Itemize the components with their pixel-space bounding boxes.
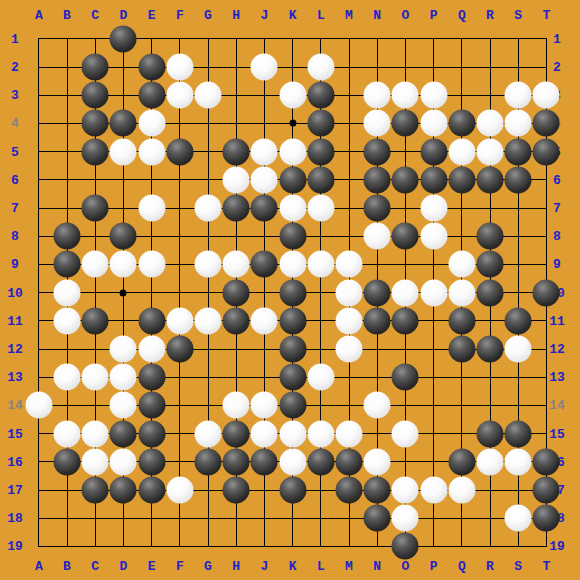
column-label-bottom: H xyxy=(232,560,240,573)
white-stone-C16[interactable] xyxy=(82,448,109,475)
row-label-right: 19 xyxy=(549,540,565,553)
black-stone-R8[interactable] xyxy=(477,223,504,250)
white-stone-P17[interactable] xyxy=(420,477,447,504)
white-stone-P4[interactable] xyxy=(420,110,447,137)
white-stone-Q5[interactable] xyxy=(448,138,475,165)
row-label-right: 9 xyxy=(553,258,561,271)
white-stone-K7[interactable] xyxy=(279,195,306,222)
white-stone-Q17[interactable] xyxy=(448,477,475,504)
black-stone-P6[interactable] xyxy=(420,166,447,193)
black-stone-P5[interactable] xyxy=(420,138,447,165)
row-label-left: 6 xyxy=(11,173,19,186)
white-stone-N3[interactable] xyxy=(364,82,391,109)
black-stone-D8[interactable] xyxy=(110,223,137,250)
row-label-left: 5 xyxy=(11,145,19,158)
column-label-bottom: A xyxy=(35,560,43,573)
white-stone-M11[interactable] xyxy=(336,307,363,334)
black-stone-R9[interactable] xyxy=(477,251,504,278)
white-stone-P10[interactable] xyxy=(420,279,447,306)
black-stone-C3[interactable] xyxy=(82,82,109,109)
row-label-left: 17 xyxy=(7,484,23,497)
column-label-top: T xyxy=(542,9,550,22)
row-label-right: 1 xyxy=(553,32,561,45)
white-stone-S3[interactable] xyxy=(505,82,532,109)
white-stone-G7[interactable] xyxy=(195,195,222,222)
white-stone-P3[interactable] xyxy=(420,82,447,109)
white-stone-B15[interactable] xyxy=(54,420,81,447)
row-label-right: 8 xyxy=(553,230,561,243)
black-stone-K13[interactable] xyxy=(279,364,306,391)
white-stone-E12[interactable] xyxy=(138,336,165,363)
row-label-left: 3 xyxy=(11,89,19,102)
column-label-top: S xyxy=(514,9,522,22)
black-stone-Q11[interactable] xyxy=(448,307,475,334)
white-stone-F17[interactable] xyxy=(166,477,193,504)
black-stone-C11[interactable] xyxy=(82,307,109,334)
black-stone-D4[interactable] xyxy=(110,110,137,137)
black-stone-K17[interactable] xyxy=(279,477,306,504)
black-stone-H10[interactable] xyxy=(223,279,250,306)
row-label-left: 2 xyxy=(11,61,19,74)
black-stone-E3[interactable] xyxy=(138,82,165,109)
column-label-top: Q xyxy=(458,9,466,22)
column-label-bottom: E xyxy=(148,560,156,573)
column-label-top: P xyxy=(430,9,438,22)
white-stone-J6[interactable] xyxy=(251,166,278,193)
black-stone-E17[interactable] xyxy=(138,477,165,504)
black-stone-J9[interactable] xyxy=(251,251,278,278)
row-label-right: 13 xyxy=(549,371,565,384)
row-label-right: 2 xyxy=(553,61,561,74)
column-label-top: L xyxy=(317,9,325,22)
black-stone-F12[interactable] xyxy=(166,336,193,363)
black-stone-O6[interactable] xyxy=(392,166,419,193)
white-stone-G11[interactable] xyxy=(195,307,222,334)
row-label-left: 18 xyxy=(7,512,23,525)
row-label-left: 7 xyxy=(11,202,19,215)
row-label-right: 14 xyxy=(549,399,565,412)
black-stone-O8[interactable] xyxy=(392,223,419,250)
row-label-right: 11 xyxy=(549,314,565,327)
row-label-left: 15 xyxy=(7,427,23,440)
white-stone-O3[interactable] xyxy=(392,82,419,109)
row-label-left: 14 xyxy=(7,399,23,412)
black-stone-J7[interactable] xyxy=(251,195,278,222)
black-stone-H17[interactable] xyxy=(223,477,250,504)
black-stone-K12[interactable] xyxy=(279,336,306,363)
white-stone-M9[interactable] xyxy=(336,251,363,278)
row-label-right: 15 xyxy=(549,427,565,440)
black-stone-T18[interactable] xyxy=(533,505,560,532)
column-label-top: G xyxy=(204,9,212,22)
black-stone-L5[interactable] xyxy=(307,138,334,165)
star-point xyxy=(120,289,127,296)
column-label-bottom: C xyxy=(91,560,99,573)
row-label-right: 7 xyxy=(553,202,561,215)
column-label-bottom: L xyxy=(317,560,325,573)
column-label-bottom: J xyxy=(260,560,268,573)
column-label-bottom: K xyxy=(289,560,297,573)
row-label-left: 19 xyxy=(7,540,23,553)
white-stone-G9[interactable] xyxy=(195,251,222,278)
white-stone-L7[interactable] xyxy=(307,195,334,222)
white-stone-B10[interactable] xyxy=(54,279,81,306)
black-stone-N6[interactable] xyxy=(364,166,391,193)
black-stone-T16[interactable] xyxy=(533,448,560,475)
white-stone-K9[interactable] xyxy=(279,251,306,278)
black-stone-S5[interactable] xyxy=(505,138,532,165)
white-stone-N14[interactable] xyxy=(364,392,391,419)
column-label-top: N xyxy=(373,9,381,22)
black-stone-Q6[interactable] xyxy=(448,166,475,193)
star-point xyxy=(289,120,296,127)
white-stone-S12[interactable] xyxy=(505,336,532,363)
column-label-bottom: O xyxy=(401,560,409,573)
white-stone-K16[interactable] xyxy=(279,448,306,475)
row-label-left: 16 xyxy=(7,455,23,468)
white-stone-E7[interactable] xyxy=(138,195,165,222)
white-stone-Q10[interactable] xyxy=(448,279,475,306)
black-stone-T5[interactable] xyxy=(533,138,560,165)
column-label-top: E xyxy=(148,9,156,22)
row-label-right: 6 xyxy=(553,173,561,186)
black-stone-L6[interactable] xyxy=(307,166,334,193)
black-stone-C4[interactable] xyxy=(82,110,109,137)
black-stone-S11[interactable] xyxy=(505,307,532,334)
white-stone-M12[interactable] xyxy=(336,336,363,363)
white-stone-D9[interactable] xyxy=(110,251,137,278)
black-stone-R12[interactable] xyxy=(477,336,504,363)
white-stone-F2[interactable] xyxy=(166,54,193,81)
white-stone-O10[interactable] xyxy=(392,279,419,306)
grid-line-horizontal xyxy=(38,518,547,519)
column-label-top: F xyxy=(176,9,184,22)
black-stone-N5[interactable] xyxy=(364,138,391,165)
black-stone-N11[interactable] xyxy=(364,307,391,334)
row-label-left: 13 xyxy=(7,371,23,384)
black-stone-B8[interactable] xyxy=(54,223,81,250)
white-stone-J14[interactable] xyxy=(251,392,278,419)
black-stone-T4[interactable] xyxy=(533,110,560,137)
column-label-bottom: R xyxy=(486,560,494,573)
black-stone-N7[interactable] xyxy=(364,195,391,222)
column-label-top: R xyxy=(486,9,494,22)
black-stone-N18[interactable] xyxy=(364,505,391,532)
column-label-bottom: F xyxy=(176,560,184,573)
black-stone-K10[interactable] xyxy=(279,279,306,306)
white-stone-O15[interactable] xyxy=(392,420,419,447)
white-stone-R4[interactable] xyxy=(477,110,504,137)
column-label-bottom: T xyxy=(542,560,550,573)
column-label-top: B xyxy=(63,9,71,22)
white-stone-S4[interactable] xyxy=(505,110,532,137)
black-stone-Q12[interactable] xyxy=(448,336,475,363)
black-stone-H16[interactable] xyxy=(223,448,250,475)
white-stone-H14[interactable] xyxy=(223,392,250,419)
white-stone-C9[interactable] xyxy=(82,251,109,278)
black-stone-M16[interactable] xyxy=(336,448,363,475)
black-stone-E14[interactable] xyxy=(138,392,165,419)
black-stone-H15[interactable] xyxy=(223,420,250,447)
black-stone-K8[interactable] xyxy=(279,223,306,250)
black-stone-B9[interactable] xyxy=(54,251,81,278)
black-stone-T10[interactable] xyxy=(533,279,560,306)
black-stone-D17[interactable] xyxy=(110,477,137,504)
white-stone-G15[interactable] xyxy=(195,420,222,447)
black-stone-K11[interactable] xyxy=(279,307,306,334)
white-stone-L13[interactable] xyxy=(307,364,334,391)
column-label-top: M xyxy=(345,9,353,22)
black-stone-L4[interactable] xyxy=(307,110,334,137)
black-stone-K6[interactable] xyxy=(279,166,306,193)
white-stone-F3[interactable] xyxy=(166,82,193,109)
row-label-left: 8 xyxy=(11,230,19,243)
white-stone-L2[interactable] xyxy=(307,54,334,81)
white-stone-P8[interactable] xyxy=(420,223,447,250)
black-stone-Q4[interactable] xyxy=(448,110,475,137)
black-stone-K14[interactable] xyxy=(279,392,306,419)
black-stone-M17[interactable] xyxy=(336,477,363,504)
row-label-left: 11 xyxy=(7,314,23,327)
grid-line-horizontal xyxy=(38,546,547,547)
black-stone-E15[interactable] xyxy=(138,420,165,447)
white-stone-D13[interactable] xyxy=(110,364,137,391)
black-stone-S15[interactable] xyxy=(505,420,532,447)
white-stone-T3[interactable] xyxy=(533,82,560,109)
white-stone-N8[interactable] xyxy=(364,223,391,250)
column-label-bottom: Q xyxy=(458,560,466,573)
row-label-left: 1 xyxy=(11,32,19,45)
column-label-top: J xyxy=(260,9,268,22)
black-stone-N17[interactable] xyxy=(364,477,391,504)
black-stone-O11[interactable] xyxy=(392,307,419,334)
white-stone-D12[interactable] xyxy=(110,336,137,363)
black-stone-J16[interactable] xyxy=(251,448,278,475)
white-stone-M10[interactable] xyxy=(336,279,363,306)
black-stone-O4[interactable] xyxy=(392,110,419,137)
black-stone-R10[interactable] xyxy=(477,279,504,306)
black-stone-E16[interactable] xyxy=(138,448,165,475)
go-board[interactable]: AABBCCDDEEFFGGHHJJKKLLMMNNOOPPQQRRSSTT11… xyxy=(0,0,580,580)
black-stone-S6[interactable] xyxy=(505,166,532,193)
column-label-top: H xyxy=(232,9,240,22)
black-stone-C7[interactable] xyxy=(82,195,109,222)
black-stone-D15[interactable] xyxy=(110,420,137,447)
black-stone-G16[interactable] xyxy=(195,448,222,475)
white-stone-H9[interactable] xyxy=(223,251,250,278)
white-stone-K3[interactable] xyxy=(279,82,306,109)
white-stone-Q9[interactable] xyxy=(448,251,475,278)
white-stone-E4[interactable] xyxy=(138,110,165,137)
white-stone-O18[interactable] xyxy=(392,505,419,532)
white-stone-L15[interactable] xyxy=(307,420,334,447)
column-label-bottom: P xyxy=(430,560,438,573)
white-stone-C15[interactable] xyxy=(82,420,109,447)
black-stone-H5[interactable] xyxy=(223,138,250,165)
white-stone-R5[interactable] xyxy=(477,138,504,165)
black-stone-O13[interactable] xyxy=(392,364,419,391)
white-stone-J5[interactable] xyxy=(251,138,278,165)
white-stone-O17[interactable] xyxy=(392,477,419,504)
black-stone-F5[interactable] xyxy=(166,138,193,165)
black-stone-E2[interactable] xyxy=(138,54,165,81)
column-label-bottom: M xyxy=(345,560,353,573)
black-stone-H7[interactable] xyxy=(223,195,250,222)
white-stone-P7[interactable] xyxy=(420,195,447,222)
row-label-left: 9 xyxy=(11,258,19,271)
black-stone-R6[interactable] xyxy=(477,166,504,193)
black-stone-R15[interactable] xyxy=(477,420,504,447)
white-stone-F11[interactable] xyxy=(166,307,193,334)
row-label-left: 4 xyxy=(11,117,19,130)
black-stone-T17[interactable] xyxy=(533,477,560,504)
black-stone-L3[interactable] xyxy=(307,82,334,109)
column-label-bottom: G xyxy=(204,560,212,573)
white-stone-C13[interactable] xyxy=(82,364,109,391)
white-stone-D16[interactable] xyxy=(110,448,137,475)
white-stone-H6[interactable] xyxy=(223,166,250,193)
black-stone-E11[interactable] xyxy=(138,307,165,334)
column-label-bottom: D xyxy=(119,560,127,573)
white-stone-J2[interactable] xyxy=(251,54,278,81)
white-stone-S18[interactable] xyxy=(505,505,532,532)
black-stone-H11[interactable] xyxy=(223,307,250,334)
black-stone-N10[interactable] xyxy=(364,279,391,306)
white-stone-E9[interactable] xyxy=(138,251,165,278)
white-stone-J11[interactable] xyxy=(251,307,278,334)
row-label-left: 10 xyxy=(7,286,23,299)
white-stone-S16[interactable] xyxy=(505,448,532,475)
black-stone-E13[interactable] xyxy=(138,364,165,391)
white-stone-E5[interactable] xyxy=(138,138,165,165)
white-stone-J15[interactable] xyxy=(251,420,278,447)
row-label-left: 12 xyxy=(7,343,23,356)
white-stone-M15[interactable] xyxy=(336,420,363,447)
column-label-bottom: B xyxy=(63,560,71,573)
white-stone-D14[interactable] xyxy=(110,392,137,419)
column-label-bottom: S xyxy=(514,560,522,573)
white-stone-K5[interactable] xyxy=(279,138,306,165)
column-label-top: D xyxy=(119,9,127,22)
black-stone-O19[interactable] xyxy=(392,533,419,560)
black-stone-C17[interactable] xyxy=(82,477,109,504)
row-label-right: 12 xyxy=(549,343,565,356)
white-stone-B11[interactable] xyxy=(54,307,81,334)
column-label-top: A xyxy=(35,9,43,22)
white-stone-A14[interactable] xyxy=(25,392,52,419)
black-stone-B16[interactable] xyxy=(54,448,81,475)
white-stone-N4[interactable] xyxy=(364,110,391,137)
column-label-top: O xyxy=(401,9,409,22)
white-stone-B13[interactable] xyxy=(54,364,81,391)
black-stone-C5[interactable] xyxy=(82,138,109,165)
white-stone-L9[interactable] xyxy=(307,251,334,278)
column-label-top: C xyxy=(91,9,99,22)
column-label-bottom: N xyxy=(373,560,381,573)
white-stone-G3[interactable] xyxy=(195,82,222,109)
white-stone-N16[interactable] xyxy=(364,448,391,475)
black-stone-C2[interactable] xyxy=(82,54,109,81)
black-stone-L16[interactable] xyxy=(307,448,334,475)
column-label-top: K xyxy=(289,9,297,22)
white-stone-D5[interactable] xyxy=(110,138,137,165)
white-stone-K15[interactable] xyxy=(279,420,306,447)
black-stone-D1[interactable] xyxy=(110,25,137,52)
black-stone-Q16[interactable] xyxy=(448,448,475,475)
white-stone-R16[interactable] xyxy=(477,448,504,475)
